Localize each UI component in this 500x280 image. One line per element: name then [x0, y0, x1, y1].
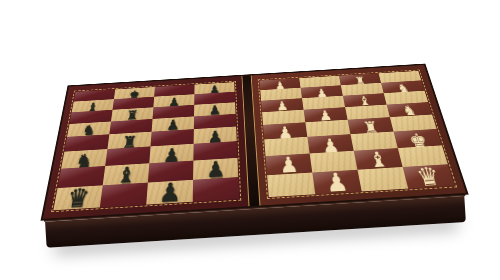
- product-photo: ♚♟♝♟♜♟♞♟♜♟♞♟♝♟♛♟ ♟♜♟♞♟♝♟♞♟♜♟♚♟♝♟♛: [0, 0, 500, 280]
- square-h1[interactable]: ♛: [403, 164, 455, 188]
- chess-set: ♚♟♝♟♜♟♞♟♜♟♞♟♝♟♛♟ ♟♜♟♞♟♝♟♞♟♜♟♚♟♝♟♛: [32, 17, 468, 248]
- chess-board: ♚♟♝♟♜♟♞♟♜♟♞♟♝♟♛♟ ♟♜♟♞♟♝♟♞♟♜♟♚♟♝♟♛: [43, 65, 466, 219]
- gold-trim-right: ♟♜♟♞♟♝♟♞♟♜♟♚♟♝♟♛: [258, 70, 457, 199]
- square-b1[interactable]: [100, 183, 148, 208]
- square-f1[interactable]: ♟: [312, 170, 361, 195]
- left-half-grid: ♚♟♝♟♜♟♞♟♜♟♞♟♝♟♛♟: [53, 82, 239, 210]
- board-right-half: ♟♜♟♞♟♝♟♞♟♜♟♚♟♝♟♛: [252, 65, 467, 206]
- black-queen-piece: ♛: [65, 187, 91, 212]
- gold-trim-left: ♚♟♝♟♜♟♞♟♜♟♞♟♝♟♛♟: [51, 81, 241, 212]
- square-e1[interactable]: [267, 173, 315, 198]
- white-pawn-piece: ♟: [324, 171, 350, 195]
- square-g1[interactable]: [357, 167, 408, 191]
- square-c1[interactable]: ♟: [146, 180, 193, 205]
- square-a1[interactable]: ♛: [53, 185, 102, 210]
- board-left-half: ♚♟♝♟♜♟♞♟♜♟♞♟♝♟♛♟: [43, 76, 249, 219]
- white-queen-piece: ♛: [415, 165, 443, 189]
- black-pawn-piece: ♟: [158, 181, 181, 206]
- board-surface: ♚♟♝♟♜♟♞♟♜♟♞♟♝♟♛♟ ♟♜♟♞♟♝♟♞♟♜♟♚♟♝♟♛: [43, 65, 466, 219]
- right-half-grid: ♟♜♟♞♟♝♟♞♟♜♟♚♟♝♟♛: [260, 71, 455, 197]
- square-d1[interactable]: [193, 177, 239, 202]
